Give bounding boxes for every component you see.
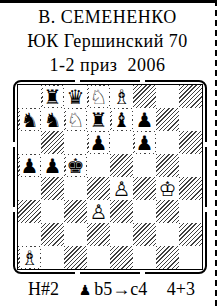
square-f4 [133, 177, 156, 200]
black-pawn-f7: ♟ [135, 109, 155, 130]
dashed-cut-line [215, 0, 217, 306]
square-g1 [156, 246, 179, 269]
square-c7: ♘ [64, 108, 87, 131]
problem-header: В. СЕМЕНЕНКО ЮК Гершинский 70 1-2 приз 2… [0, 5, 215, 77]
square-c8: ♛ [64, 85, 87, 108]
square-g2 [156, 223, 179, 246]
square-e2 [110, 223, 133, 246]
black-pawn-b5: ♟ [43, 155, 63, 176]
square-d1 [87, 246, 110, 269]
square-h3 [179, 200, 202, 223]
white-pawn-d3: ♙ [89, 201, 109, 222]
square-g3 [156, 200, 179, 223]
square-g6 [156, 131, 179, 154]
square-d7: ♜ [87, 108, 110, 131]
square-d4 [87, 177, 110, 200]
stipulation-line: H#2 ♟ b5→c4 4+3 [0, 279, 215, 300]
black-rook-d7: ♜ [89, 109, 109, 130]
square-f5 [133, 154, 156, 177]
black-bishop-e7: ♝ [112, 109, 132, 130]
white-knight-c7: ♘ [66, 109, 86, 130]
top-rule [0, 0, 215, 3]
black-pawn-icon: ♟ [79, 283, 92, 297]
tourney-name: ЮК Гершинский 70 [0, 29, 215, 53]
square-e4: ♙ [110, 177, 133, 200]
square-a1: ♗ [18, 246, 41, 269]
material-count: 4+3 [167, 279, 195, 300]
square-h5 [179, 154, 202, 177]
square-b5: ♟ [41, 154, 64, 177]
square-c4 [64, 177, 87, 200]
square-c3 [64, 200, 87, 223]
square-h8 [179, 85, 202, 108]
square-c1 [64, 246, 87, 269]
white-bishop-e8: ♗ [112, 86, 132, 107]
black-knight-a7: ♞ [20, 109, 40, 130]
frame-gap [140, 271, 145, 274]
square-c6 [64, 131, 87, 154]
frame-gap [140, 80, 145, 83]
board: ♜♛♘♗♞♞♘♜♝♟♟♟♟♟♚♙♔♙♗ [17, 84, 203, 270]
square-g5 [156, 154, 179, 177]
frame-gap [204, 142, 207, 147]
square-f7: ♟ [133, 108, 156, 131]
chess-problem-card: В. СЕМЕНЕНКО ЮК Гершинский 70 1-2 приз 2… [0, 0, 222, 306]
square-b2 [41, 223, 64, 246]
square-b1 [41, 246, 64, 269]
square-e8: ♗ [110, 85, 133, 108]
black-pawn-a5: ♟ [20, 155, 40, 176]
square-a4 [18, 177, 41, 200]
square-b8: ♜ [41, 85, 64, 108]
square-b4 [41, 177, 64, 200]
award-line: 1-2 приз 2006 [0, 53, 215, 77]
white-king-g4: ♔ [158, 178, 178, 199]
square-h7 [179, 108, 202, 131]
square-e7: ♝ [110, 108, 133, 131]
square-e1 [110, 246, 133, 269]
square-a5: ♟ [18, 154, 41, 177]
twin-move: b5→c4 [94, 279, 147, 300]
black-king-c5: ♚ [66, 155, 86, 176]
board-frame: ♜♛♘♗♞♞♘♜♝♟♟♟♟♟♚♙♔♙♗ [13, 80, 207, 274]
square-a3 [18, 200, 41, 223]
square-e3 [110, 200, 133, 223]
black-knight-b7: ♞ [43, 109, 63, 130]
square-d6: ♟ [87, 131, 110, 154]
frame-gap [13, 142, 16, 147]
white-bishop-a1: ♗ [20, 247, 40, 268]
square-a8 [18, 85, 41, 108]
square-f2 [133, 223, 156, 246]
square-b6 [41, 131, 64, 154]
square-f8 [133, 85, 156, 108]
white-pawn-e4: ♙ [112, 178, 132, 199]
square-h6 [179, 131, 202, 154]
square-a7: ♞ [18, 108, 41, 131]
square-a2 [18, 223, 41, 246]
frame-gap [204, 207, 207, 212]
square-b3 [41, 200, 64, 223]
square-h4 [179, 177, 202, 200]
square-e5 [110, 154, 133, 177]
frame-gap [75, 80, 80, 83]
square-h2 [179, 223, 202, 246]
square-c2 [64, 223, 87, 246]
square-f1 [133, 246, 156, 269]
square-g8 [156, 85, 179, 108]
black-pawn-f6: ♟ [135, 132, 155, 153]
square-d5 [87, 154, 110, 177]
black-queen-c8: ♛ [66, 86, 86, 107]
square-a6 [18, 131, 41, 154]
twin-condition: ♟ b5→c4 [79, 279, 148, 300]
stipulation: H#2 [28, 279, 59, 300]
frame-gap [13, 207, 16, 212]
square-g7 [156, 108, 179, 131]
author-name: В. СЕМЕНЕНКО [0, 5, 215, 29]
frame-gap [75, 271, 80, 274]
square-f3 [133, 200, 156, 223]
square-b7: ♞ [41, 108, 64, 131]
black-pawn-d6: ♟ [89, 132, 109, 153]
square-e6 [110, 131, 133, 154]
square-f6: ♟ [133, 131, 156, 154]
square-d3: ♙ [87, 200, 110, 223]
square-d8: ♘ [87, 85, 110, 108]
square-c5: ♚ [64, 154, 87, 177]
white-knight-d8: ♘ [89, 86, 109, 107]
square-g4: ♔ [156, 177, 179, 200]
black-rook-b8: ♜ [43, 86, 63, 107]
square-h1 [179, 246, 202, 269]
square-d2 [87, 223, 110, 246]
